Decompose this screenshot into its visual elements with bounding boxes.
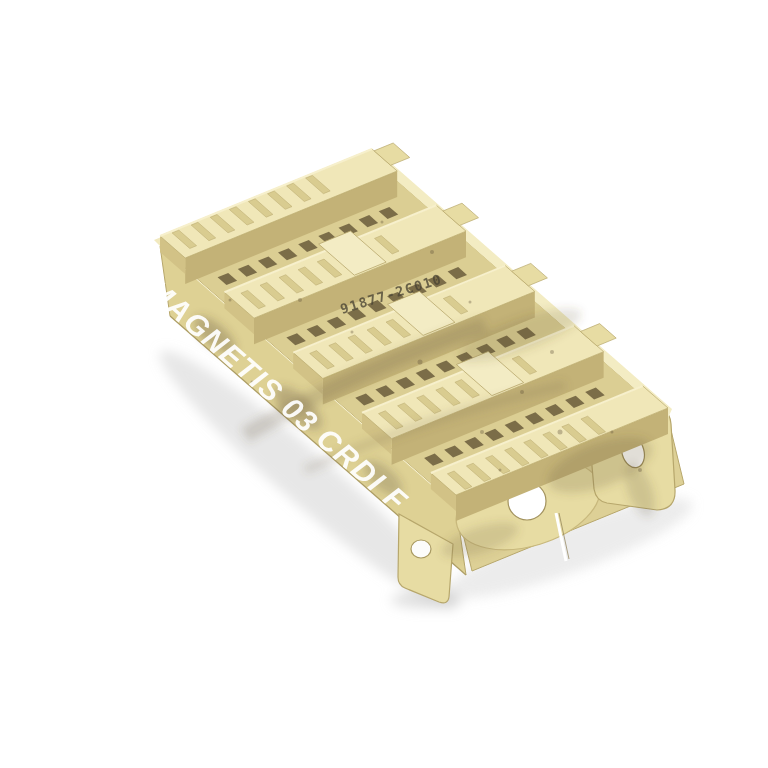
dirt-speck bbox=[351, 331, 354, 334]
dirt-speck bbox=[638, 468, 642, 472]
photo-canvas: 91877-2C010 MAGNETIS 03 CRDI F bbox=[0, 0, 768, 768]
dirt-speck bbox=[558, 430, 563, 435]
dirt-speck bbox=[229, 299, 232, 302]
dirt-speck bbox=[499, 469, 502, 472]
foot-round-hole bbox=[411, 540, 431, 558]
dirt-speck bbox=[550, 350, 554, 354]
dirt-speck bbox=[381, 221, 384, 224]
dirt-speck bbox=[430, 250, 434, 254]
dirt-speck bbox=[611, 431, 614, 434]
dirt-speck bbox=[480, 430, 484, 434]
product-photo: 91877-2C010 MAGNETIS 03 CRDI F bbox=[0, 0, 768, 768]
dirt-speck bbox=[298, 298, 302, 302]
dirt-speck bbox=[469, 301, 472, 304]
dirt-speck bbox=[418, 360, 423, 365]
dirt-speck bbox=[520, 390, 524, 394]
